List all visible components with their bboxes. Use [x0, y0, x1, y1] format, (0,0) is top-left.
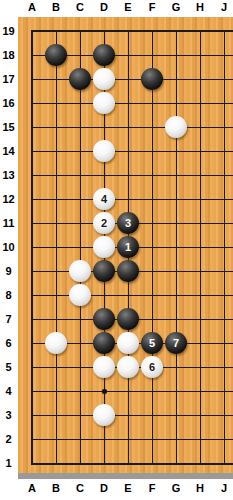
- coord-label-left-4: 4: [0, 384, 17, 398]
- coord-label-bottom-F: F: [140, 481, 164, 496]
- stone-white-g15[interactable]: [165, 116, 187, 138]
- coord-label-left-9: 9: [0, 264, 17, 278]
- move-number-label: 2: [101, 212, 107, 234]
- stone-white-e6[interactable]: [117, 332, 139, 354]
- go-board[interactable]: 4231576: [18, 17, 233, 473]
- coord-label-left-18: 18: [0, 48, 17, 62]
- move-number-label: 4: [101, 188, 107, 210]
- stone-black-e9[interactable]: [117, 260, 139, 282]
- coord-label-bottom-J: J: [212, 481, 233, 496]
- coord-label-left-1: 1: [0, 456, 17, 470]
- stone-black-b18[interactable]: [45, 44, 67, 66]
- coord-label-left-11: 11: [0, 216, 17, 230]
- coord-label-left-2: 2: [0, 432, 17, 446]
- stone-white-d3[interactable]: [93, 404, 115, 426]
- go-diagram: 4231576 AABBCCDDEEFFGGHHJJ19181716151413…: [0, 0, 233, 500]
- stone-white-f5[interactable]: 6: [141, 356, 163, 378]
- coord-label-top-J: J: [212, 0, 233, 15]
- stone-white-d5[interactable]: [93, 356, 115, 378]
- coord-label-left-12: 12: [0, 192, 17, 206]
- coord-label-left-13: 13: [0, 168, 17, 182]
- coord-label-bottom-B: B: [44, 481, 68, 496]
- stone-black-d18[interactable]: [93, 44, 115, 66]
- stone-black-e7[interactable]: [117, 308, 139, 330]
- stone-black-e11[interactable]: 3: [117, 212, 139, 234]
- coord-label-left-16: 16: [0, 96, 17, 110]
- coord-label-left-15: 15: [0, 120, 17, 134]
- coord-label-top-B: B: [44, 0, 68, 15]
- coord-label-bottom-C: C: [68, 481, 92, 496]
- stone-black-d6[interactable]: [93, 332, 115, 354]
- stone-white-c8[interactable]: [69, 284, 91, 306]
- coord-label-left-14: 14: [0, 144, 17, 158]
- coord-label-bottom-D: D: [92, 481, 116, 496]
- coord-label-left-3: 3: [0, 408, 17, 422]
- coord-label-bottom-G: G: [164, 481, 188, 496]
- coord-label-left-7: 7: [0, 312, 17, 326]
- coord-label-bottom-A: A: [20, 481, 44, 496]
- coord-label-left-6: 6: [0, 336, 17, 350]
- stone-white-d10[interactable]: [93, 236, 115, 258]
- coord-label-top-F: F: [140, 0, 164, 15]
- coord-label-left-19: 19: [0, 24, 17, 38]
- coord-label-top-A: A: [20, 0, 44, 15]
- coord-label-top-H: H: [188, 0, 212, 15]
- coord-label-top-C: C: [68, 0, 92, 15]
- move-number-label: 1: [125, 236, 131, 258]
- stone-white-c9[interactable]: [69, 260, 91, 282]
- stone-white-d12[interactable]: 4: [93, 188, 115, 210]
- coord-label-left-8: 8: [0, 288, 17, 302]
- stone-black-c17[interactable]: [69, 68, 91, 90]
- stone-white-e5[interactable]: [117, 356, 139, 378]
- coord-label-left-17: 17: [0, 72, 17, 86]
- stone-black-e10[interactable]: 1: [117, 236, 139, 258]
- coord-label-bottom-E: E: [116, 481, 140, 496]
- coord-label-bottom-H: H: [188, 481, 212, 496]
- move-number-label: 7: [173, 332, 179, 354]
- stones-layer: 4231576: [20, 19, 233, 475]
- coord-label-left-10: 10: [0, 240, 17, 254]
- stone-black-g6[interactable]: 7: [165, 332, 187, 354]
- coord-label-top-G: G: [164, 0, 188, 15]
- stone-white-d16[interactable]: [93, 92, 115, 114]
- stone-black-d7[interactable]: [93, 308, 115, 330]
- coord-label-left-5: 5: [0, 360, 17, 374]
- move-number-label: 5: [149, 332, 155, 354]
- stone-white-d11[interactable]: 2: [93, 212, 115, 234]
- stone-black-f6[interactable]: 5: [141, 332, 163, 354]
- stone-white-d17[interactable]: [93, 68, 115, 90]
- stone-black-d9[interactable]: [93, 260, 115, 282]
- coord-label-top-E: E: [116, 0, 140, 15]
- board-bottom-shadow: [18, 473, 233, 479]
- move-number-label: 6: [149, 356, 155, 378]
- coord-label-top-D: D: [92, 0, 116, 15]
- move-number-label: 3: [125, 212, 131, 234]
- stone-white-b6[interactable]: [45, 332, 67, 354]
- stone-white-d14[interactable]: [93, 140, 115, 162]
- stone-black-f17[interactable]: [141, 68, 163, 90]
